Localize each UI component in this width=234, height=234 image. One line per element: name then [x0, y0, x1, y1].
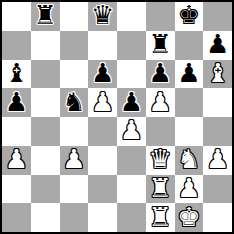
white-king-piece: ♚: [177, 204, 200, 230]
white-pawn-piece: ♟: [5, 146, 28, 172]
chess-diagram: ♜♛♚♜♟♝♟♟♟♝♟♞♟♟♟♟♟♟♛♞♟♜♟♜♚: [0, 0, 234, 234]
square-a5[interactable]: ♟: [2, 88, 31, 117]
white-knight-piece: ♞: [177, 146, 200, 172]
square-h6[interactable]: ♝: [203, 60, 232, 89]
square-g6[interactable]: ♟: [175, 60, 204, 89]
black-pawn-piece: ♟: [177, 60, 200, 86]
black-pawn-piece: ♟: [148, 60, 171, 86]
square-f2[interactable]: ♜: [146, 175, 175, 204]
square-b6[interactable]: [31, 60, 60, 89]
square-d7[interactable]: [88, 31, 117, 60]
square-f6[interactable]: ♟: [146, 60, 175, 89]
square-a2[interactable]: [2, 175, 31, 204]
square-d5[interactable]: ♟: [88, 88, 117, 117]
white-pawn-piece: ♟: [148, 89, 171, 115]
square-c7[interactable]: [60, 31, 89, 60]
white-bishop-piece: ♝: [206, 60, 229, 86]
square-c8[interactable]: [60, 2, 89, 31]
square-b2[interactable]: [31, 175, 60, 204]
square-h2[interactable]: [203, 175, 232, 204]
square-e3[interactable]: [117, 146, 146, 175]
black-pawn-piece: ♟: [120, 89, 143, 115]
square-a3[interactable]: ♟: [2, 146, 31, 175]
white-rook-piece: ♜: [148, 175, 171, 201]
square-c4[interactable]: [60, 117, 89, 146]
square-f1[interactable]: ♜: [146, 203, 175, 232]
square-c3[interactable]: ♟: [60, 146, 89, 175]
square-d3[interactable]: [88, 146, 117, 175]
black-pawn-piece: ♟: [91, 60, 114, 86]
square-a1[interactable]: [2, 203, 31, 232]
square-e1[interactable]: [117, 203, 146, 232]
chess-board: ♜♛♚♜♟♝♟♟♟♝♟♞♟♟♟♟♟♟♛♞♟♜♟♜♚: [0, 0, 234, 234]
black-bishop-piece: ♝: [5, 60, 28, 86]
white-pawn-piece: ♟: [120, 117, 143, 143]
square-f8[interactable]: [146, 2, 175, 31]
square-b5[interactable]: [31, 88, 60, 117]
square-d1[interactable]: [88, 203, 117, 232]
square-c1[interactable]: [60, 203, 89, 232]
square-g1[interactable]: ♚: [175, 203, 204, 232]
square-c6[interactable]: [60, 60, 89, 89]
square-a4[interactable]: [2, 117, 31, 146]
square-h5[interactable]: [203, 88, 232, 117]
black-knight-piece: ♞: [62, 89, 85, 115]
square-f3[interactable]: ♛: [146, 146, 175, 175]
square-h4[interactable]: [203, 117, 232, 146]
black-rook-piece: ♜: [33, 2, 56, 28]
square-a6[interactable]: ♝: [2, 60, 31, 89]
square-e5[interactable]: ♟: [117, 88, 146, 117]
white-pawn-piece: ♟: [206, 146, 229, 172]
square-h8[interactable]: [203, 2, 232, 31]
square-e2[interactable]: [117, 175, 146, 204]
square-g5[interactable]: [175, 88, 204, 117]
white-pawn-piece: ♟: [177, 175, 200, 201]
square-f5[interactable]: ♟: [146, 88, 175, 117]
black-rook-piece: ♜: [148, 31, 171, 57]
black-pawn-piece: ♟: [5, 89, 28, 115]
square-d8[interactable]: ♛: [88, 2, 117, 31]
square-g8[interactable]: ♚: [175, 2, 204, 31]
square-d2[interactable]: [88, 175, 117, 204]
square-b1[interactable]: [31, 203, 60, 232]
square-b4[interactable]: [31, 117, 60, 146]
square-d6[interactable]: ♟: [88, 60, 117, 89]
square-f7[interactable]: ♜: [146, 31, 175, 60]
black-pawn-piece: ♟: [206, 31, 229, 57]
square-b3[interactable]: [31, 146, 60, 175]
square-a8[interactable]: [2, 2, 31, 31]
square-b7[interactable]: [31, 31, 60, 60]
white-pawn-piece: ♟: [91, 89, 114, 115]
square-h7[interactable]: ♟: [203, 31, 232, 60]
black-king-piece: ♚: [177, 2, 200, 28]
white-rook-piece: ♜: [148, 204, 171, 230]
square-e4[interactable]: ♟: [117, 117, 146, 146]
square-d4[interactable]: [88, 117, 117, 146]
square-h3[interactable]: ♟: [203, 146, 232, 175]
square-e8[interactable]: [117, 2, 146, 31]
square-a7[interactable]: [2, 31, 31, 60]
square-f4[interactable]: [146, 117, 175, 146]
white-queen-piece: ♛: [148, 146, 171, 172]
square-e6[interactable]: [117, 60, 146, 89]
square-e7[interactable]: [117, 31, 146, 60]
square-c2[interactable]: [60, 175, 89, 204]
white-pawn-piece: ♟: [62, 146, 85, 172]
square-c5[interactable]: ♞: [60, 88, 89, 117]
black-queen-piece: ♛: [91, 2, 114, 28]
square-b8[interactable]: ♜: [31, 2, 60, 31]
square-h1[interactable]: [203, 203, 232, 232]
square-g2[interactable]: ♟: [175, 175, 204, 204]
square-g7[interactable]: [175, 31, 204, 60]
square-g3[interactable]: ♞: [175, 146, 204, 175]
square-g4[interactable]: [175, 117, 204, 146]
